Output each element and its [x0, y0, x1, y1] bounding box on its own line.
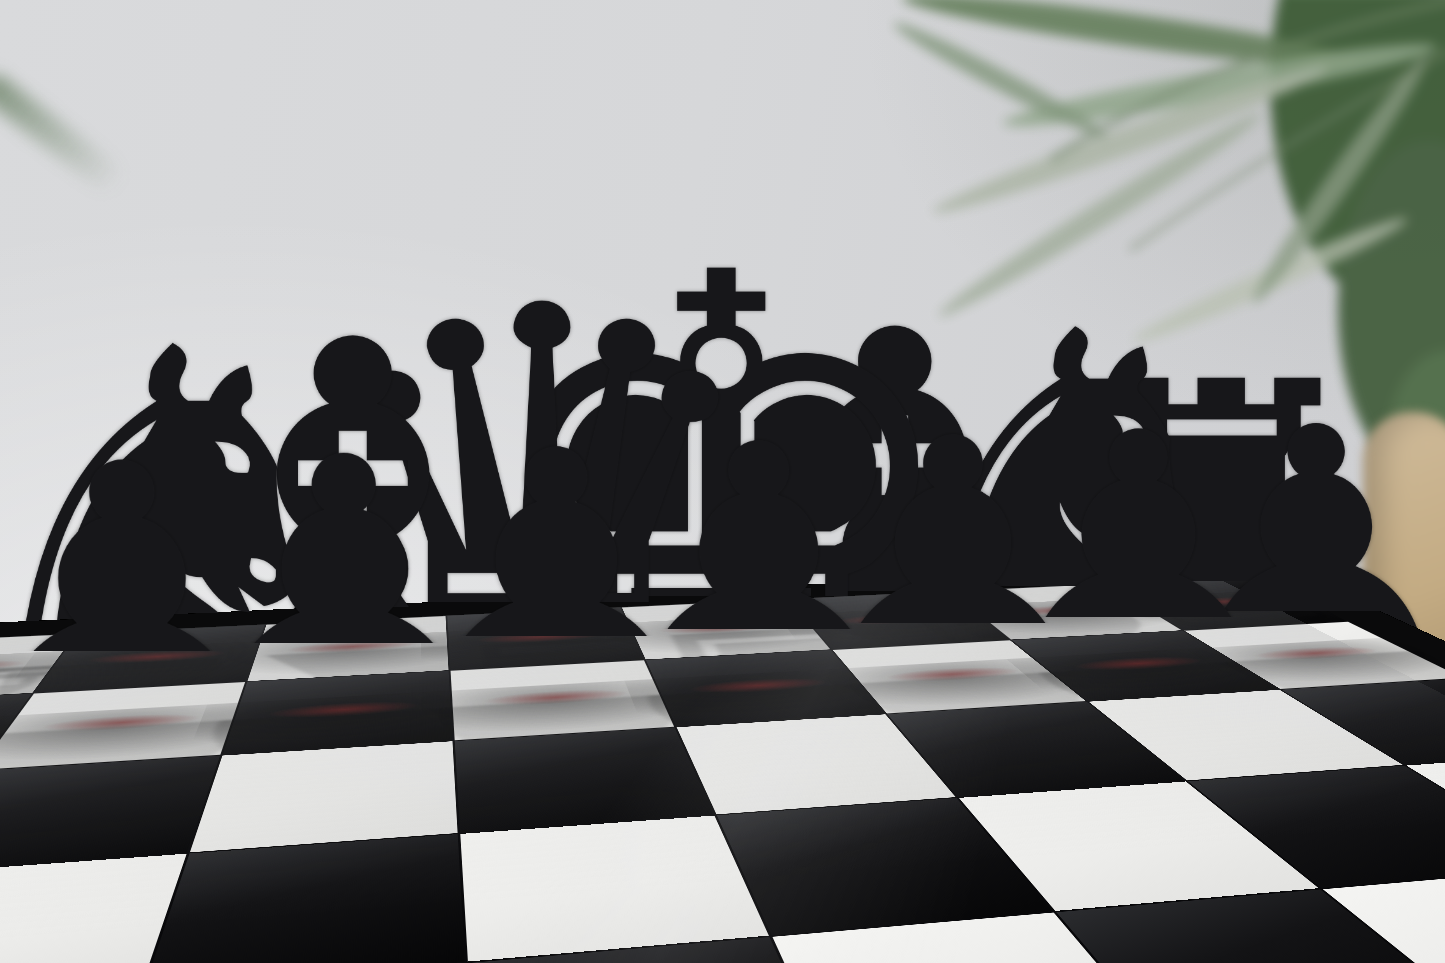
square-g5	[1188, 766, 1445, 888]
square-b5	[0, 854, 186, 963]
board-grid: ♜♜♞♞♝♝♛♛♚♚♝♝♞♞♜♜♟♟♟♟♟♟♟♟♟♟♟♟♟♟♟♟	[0, 577, 1445, 963]
square-e5	[717, 798, 1053, 935]
square-c6	[190, 741, 458, 852]
square-c5	[144, 834, 465, 963]
chess-board: ♜♜♞♞♝♝♛♛♚♚♝♝♞♞♜♜♟♟♟♟♟♟♟♟♟♟♟♟♟♟♟♟	[0, 563, 1445, 963]
square-d5	[460, 816, 768, 962]
photo-scene: ♜♜♞♞♝♝♛♛♚♚♝♝♞♞♜♜♟♟♟♟♟♟♟♟♟♟♟♟♟♟♟♟	[0, 0, 1445, 963]
square-d6	[455, 727, 714, 833]
board-space: ♜♜♞♞♝♝♛♛♚♚♝♝♞♞♜♜♟♟♟♟♟♟♟♟♟♟♟♟♟♟♟♟	[0, 0, 1445, 963]
